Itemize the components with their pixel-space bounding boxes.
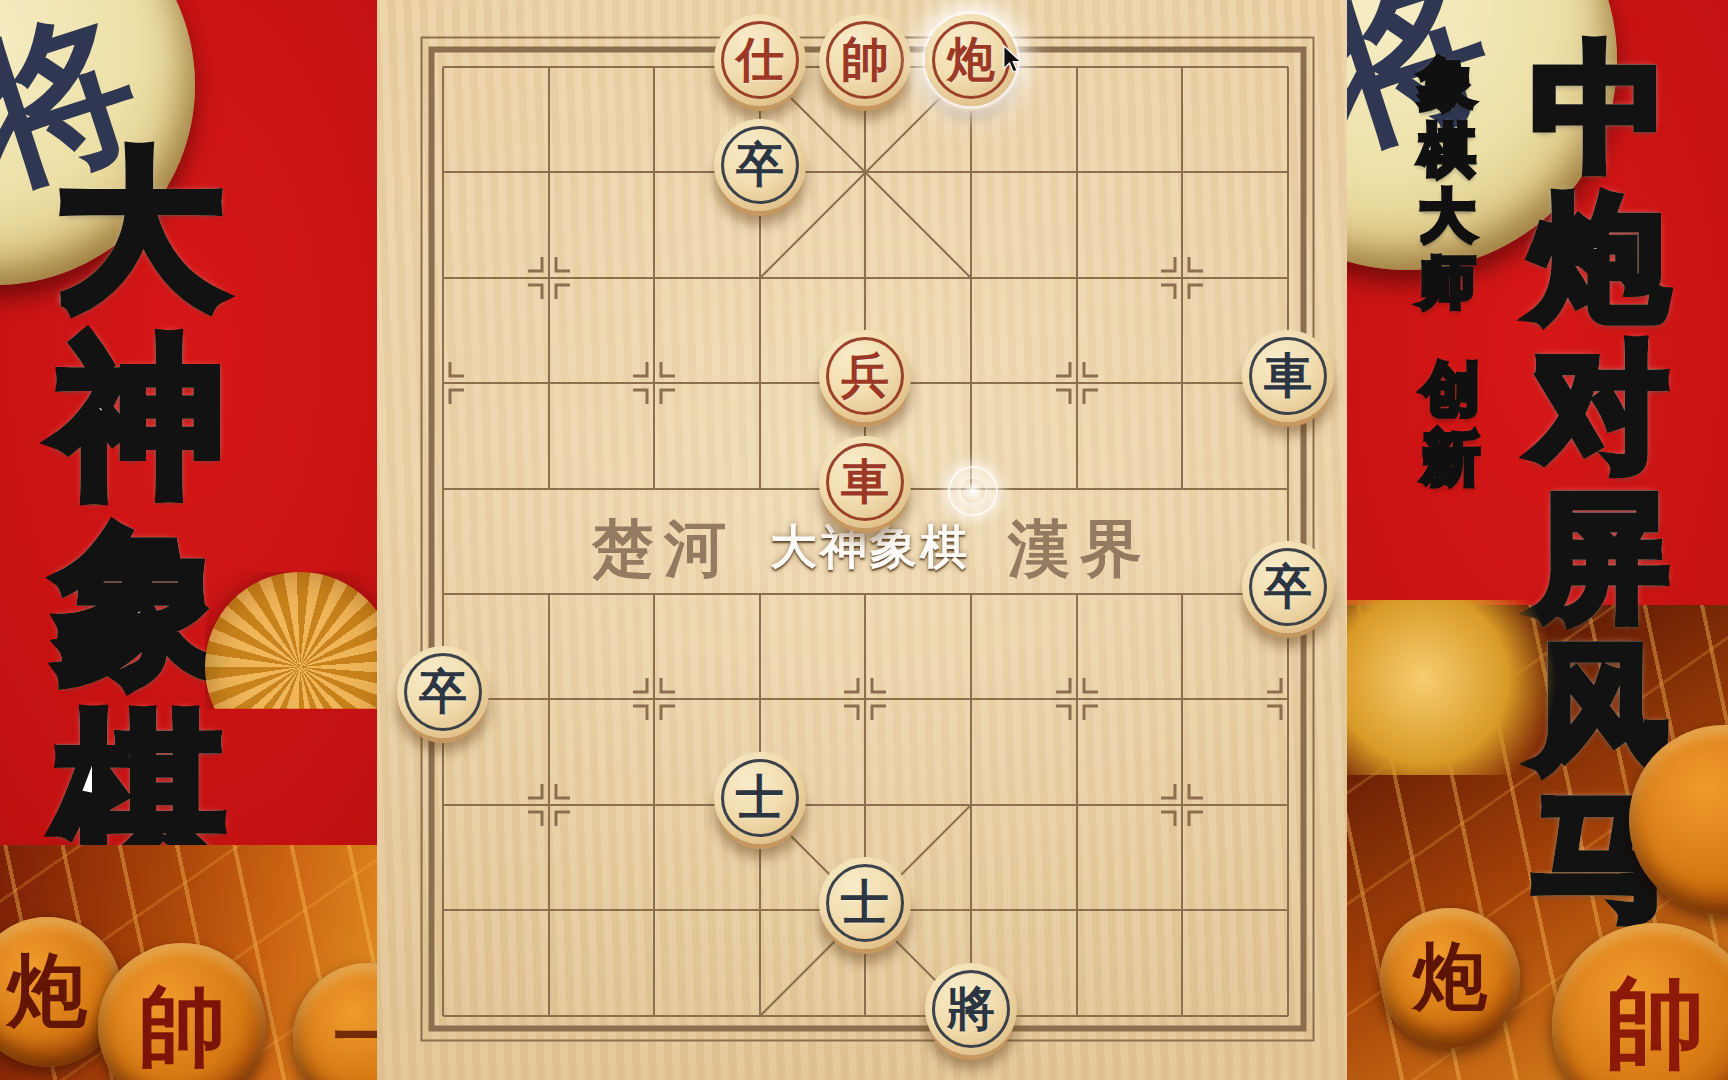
photo-piece-partial: 一 bbox=[293, 963, 377, 1080]
piece-ring bbox=[721, 21, 799, 99]
golden-fan-decoration bbox=[205, 572, 377, 762]
piece-red-仕[interactable]: 仕 bbox=[714, 14, 806, 106]
piece-ring bbox=[826, 864, 904, 942]
left-banner-panel: 将 大神象棋 炮 帥 一 bbox=[0, 0, 377, 1080]
xiangqi-board[interactable]: 楚河 漢界 大神象棋 仕帥炮卒兵車車卒卒士士將 bbox=[377, 0, 1347, 1080]
left-photo-strip: 炮 帥 一 bbox=[0, 845, 377, 1080]
right-banner-panel: 将 炮 帥 象棋大师 创新 中炮对屏风马 bbox=[1347, 0, 1728, 1080]
piece-ring bbox=[1249, 548, 1327, 626]
piece-ring bbox=[932, 21, 1010, 99]
piece-black-卒[interactable]: 卒 bbox=[714, 119, 806, 211]
piece-red-帥[interactable]: 帥 bbox=[819, 14, 911, 106]
piece-black-車[interactable]: 車 bbox=[1242, 330, 1334, 422]
piece-ring bbox=[404, 653, 482, 731]
golden-ingots-decoration bbox=[1347, 600, 1572, 775]
piece-black-將[interactable]: 將 bbox=[925, 963, 1017, 1055]
left-banner-title: 大神象棋 bbox=[56, 146, 224, 879]
mouse-cursor-icon bbox=[1002, 45, 1028, 79]
photo-piece-cannon: 炮 bbox=[1380, 908, 1520, 1048]
piece-ring bbox=[826, 443, 904, 521]
photo-piece-marshal: 帥 bbox=[1552, 923, 1728, 1080]
move-glow-indicator bbox=[948, 466, 998, 516]
right-subtitle-accent: 创新 bbox=[1422, 360, 1480, 488]
app-window: 将 大神象棋 炮 帥 一 楚河 漢界 大神象棋 仕帥炮卒兵車車卒卒士士將 将 炮… bbox=[0, 0, 1728, 1080]
piece-red-兵[interactable]: 兵 bbox=[819, 330, 911, 422]
piece-red-車[interactable]: 車 bbox=[819, 436, 911, 528]
photo-piece-marshal: 帥 bbox=[98, 943, 266, 1080]
piece-ring bbox=[721, 126, 799, 204]
river-label-chu-he: 楚河 bbox=[592, 507, 736, 591]
piece-black-卒[interactable]: 卒 bbox=[1242, 541, 1334, 633]
river-label-han-jie: 漢界 bbox=[1008, 507, 1152, 591]
piece-black-卒[interactable]: 卒 bbox=[397, 646, 489, 738]
right-subtitle: 象棋大师 bbox=[1419, 56, 1475, 311]
piece-ring bbox=[826, 21, 904, 99]
piece-ring bbox=[932, 970, 1010, 1048]
piece-ring bbox=[826, 337, 904, 415]
piece-ring bbox=[721, 759, 799, 837]
piece-black-士[interactable]: 士 bbox=[714, 752, 806, 844]
piece-black-士[interactable]: 士 bbox=[819, 857, 911, 949]
piece-ring bbox=[1249, 337, 1327, 415]
